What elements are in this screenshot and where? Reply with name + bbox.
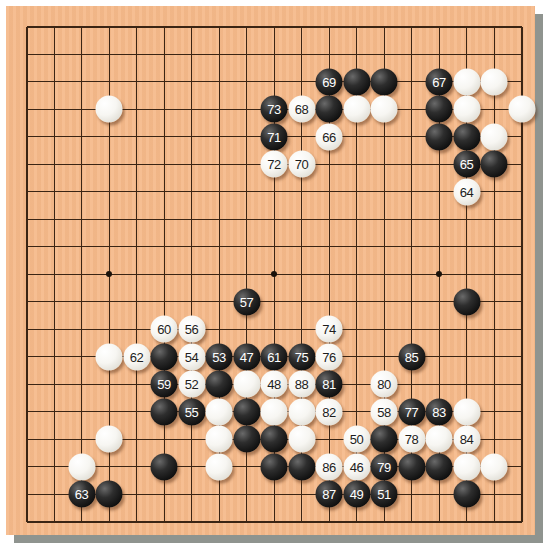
go-stone-black-71: 71 <box>261 123 288 150</box>
go-stone-white <box>96 426 123 453</box>
go-stone-white <box>206 398 233 425</box>
go-stone-black-61: 61 <box>261 343 288 370</box>
move-number: 86 <box>322 460 335 473</box>
move-number: 88 <box>295 378 308 391</box>
go-stone-white <box>453 398 480 425</box>
move-number: 82 <box>322 405 335 418</box>
move-number: 67 <box>432 75 445 88</box>
move-number: 75 <box>295 350 308 363</box>
go-stone-black-47: 47 <box>233 343 260 370</box>
go-stone-white <box>453 96 480 123</box>
move-number: 60 <box>157 323 170 336</box>
go-stone-black-75: 75 <box>288 343 315 370</box>
go-stone-white <box>453 453 480 480</box>
go-stone-white <box>453 68 480 95</box>
move-number: 85 <box>405 350 418 363</box>
move-number: 65 <box>460 158 473 171</box>
go-stone-black <box>426 453 453 480</box>
go-stone-black-69: 69 <box>316 68 343 95</box>
go-stone-white <box>96 96 123 123</box>
move-number: 68 <box>295 103 308 116</box>
move-number: 53 <box>212 350 225 363</box>
go-stone-black <box>453 123 480 150</box>
move-number: 71 <box>267 130 280 143</box>
move-number: 69 <box>322 75 335 88</box>
move-number: 80 <box>377 378 390 391</box>
move-number: 83 <box>432 405 445 418</box>
go-stone-black <box>453 288 480 315</box>
go-stone-black <box>481 151 508 178</box>
go-stone-black <box>343 68 370 95</box>
go-stone-black-73: 73 <box>261 96 288 123</box>
go-stone-black <box>398 453 425 480</box>
star-point <box>436 271 442 277</box>
go-stone-black-53: 53 <box>206 343 233 370</box>
go-stone-white-82: 82 <box>316 398 343 425</box>
go-stone-black <box>151 398 178 425</box>
go-stone-black <box>371 68 398 95</box>
go-stone-white-84: 84 <box>453 426 480 453</box>
go-stone-black-87: 87 <box>316 481 343 508</box>
go-stone-black <box>316 96 343 123</box>
move-number: 87 <box>322 488 335 501</box>
star-point <box>271 271 277 277</box>
move-number: 50 <box>350 433 363 446</box>
go-stone-black <box>233 426 260 453</box>
go-stone-black <box>426 96 453 123</box>
move-number: 76 <box>322 350 335 363</box>
go-stone-white-76: 76 <box>316 343 343 370</box>
move-number: 74 <box>322 323 335 336</box>
go-stone-white-78: 78 <box>398 426 425 453</box>
go-stone-white-66: 66 <box>316 123 343 150</box>
go-stone-white-52: 52 <box>178 371 205 398</box>
go-stone-black <box>261 426 288 453</box>
go-stone-black <box>151 453 178 480</box>
go-stone-black <box>426 123 453 150</box>
go-stone-black-51: 51 <box>371 481 398 508</box>
go-stone-white-70: 70 <box>288 151 315 178</box>
go-stone-black-59: 59 <box>151 371 178 398</box>
go-stone-black-83: 83 <box>426 398 453 425</box>
go-stone-black <box>96 481 123 508</box>
go-stone-white <box>288 398 315 425</box>
move-number: 57 <box>240 295 253 308</box>
go-stone-black <box>453 481 480 508</box>
move-number: 47 <box>240 350 253 363</box>
go-stone-white-60: 60 <box>151 316 178 343</box>
move-number: 72 <box>267 158 280 171</box>
go-stone-black <box>151 343 178 370</box>
go-stone-black <box>233 398 260 425</box>
go-stone-white-54: 54 <box>178 343 205 370</box>
go-stone-black-77: 77 <box>398 398 425 425</box>
move-number: 55 <box>185 405 198 418</box>
go-board: 6967736871667270656457605674625453476175… <box>6 6 535 535</box>
go-stone-white-48: 48 <box>261 371 288 398</box>
move-number: 62 <box>130 350 143 363</box>
move-number: 51 <box>377 488 390 501</box>
move-number: 59 <box>157 378 170 391</box>
move-number: 49 <box>350 488 363 501</box>
grid-line-horizontal <box>27 521 522 523</box>
go-stone-white-86: 86 <box>316 453 343 480</box>
go-stone-white <box>233 371 260 398</box>
move-number: 58 <box>377 405 390 418</box>
move-number: 79 <box>377 460 390 473</box>
move-number: 70 <box>295 158 308 171</box>
grid-line-horizontal <box>27 329 522 330</box>
go-stone-white-58: 58 <box>371 398 398 425</box>
move-number: 54 <box>185 350 198 363</box>
go-stone-white-50: 50 <box>343 426 370 453</box>
go-stone-black-55: 55 <box>178 398 205 425</box>
go-stone-white <box>371 96 398 123</box>
go-stone-white <box>481 123 508 150</box>
go-stone-black-79: 79 <box>371 453 398 480</box>
go-stone-white <box>481 453 508 480</box>
go-stone-white-46: 46 <box>343 453 370 480</box>
go-stone-white-62: 62 <box>123 343 150 370</box>
go-stone-white <box>206 426 233 453</box>
go-stone-white <box>481 68 508 95</box>
move-number: 52 <box>185 378 198 391</box>
go-stone-black-57: 57 <box>233 288 260 315</box>
go-stone-white-56: 56 <box>178 316 205 343</box>
go-stone-white-72: 72 <box>261 151 288 178</box>
move-number: 46 <box>350 460 363 473</box>
go-stone-white <box>261 398 288 425</box>
move-number: 56 <box>185 323 198 336</box>
move-number: 64 <box>460 185 473 198</box>
go-stone-black-67: 67 <box>426 68 453 95</box>
go-stone-black-81: 81 <box>316 371 343 398</box>
go-stone-black <box>371 426 398 453</box>
move-number: 78 <box>405 433 418 446</box>
go-stone-white <box>426 426 453 453</box>
go-stone-white-68: 68 <box>288 96 315 123</box>
go-stone-black-65: 65 <box>453 151 480 178</box>
go-stone-white-64: 64 <box>453 178 480 205</box>
star-point <box>106 271 112 277</box>
go-stone-white <box>508 96 535 123</box>
go-stone-white <box>206 453 233 480</box>
go-stone-white <box>68 453 95 480</box>
move-number: 48 <box>267 378 280 391</box>
board-grid: 6967736871667270656457605674625453476175… <box>27 27 522 522</box>
grid-line-vertical <box>494 27 495 522</box>
grid-line-horizontal <box>27 301 522 302</box>
go-stone-black <box>288 453 315 480</box>
go-stone-white <box>96 343 123 370</box>
go-stone-white-80: 80 <box>371 371 398 398</box>
move-number: 66 <box>322 130 335 143</box>
move-number: 84 <box>460 433 473 446</box>
go-stone-black <box>261 453 288 480</box>
move-number: 63 <box>75 488 88 501</box>
go-stone-white <box>288 426 315 453</box>
move-number: 61 <box>267 350 280 363</box>
move-number: 81 <box>322 378 335 391</box>
go-stone-white-88: 88 <box>288 371 315 398</box>
move-number: 73 <box>267 103 280 116</box>
go-stone-black-63: 63 <box>68 481 95 508</box>
go-stone-white-74: 74 <box>316 316 343 343</box>
go-stone-black <box>206 371 233 398</box>
go-stone-black-85: 85 <box>398 343 425 370</box>
go-stone-black-49: 49 <box>343 481 370 508</box>
move-number: 77 <box>405 405 418 418</box>
go-stone-white <box>343 96 370 123</box>
